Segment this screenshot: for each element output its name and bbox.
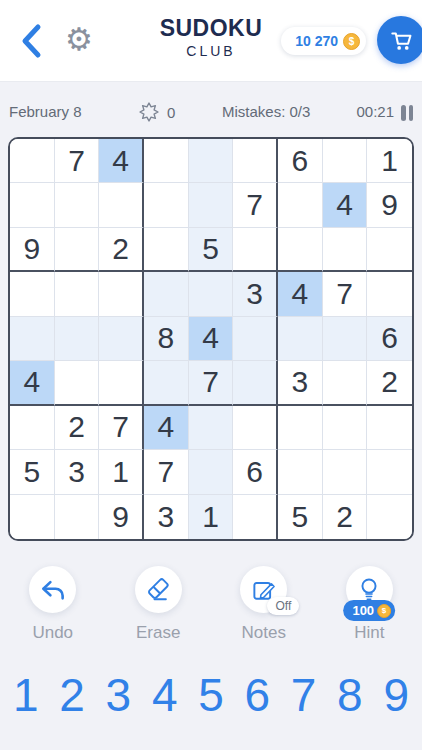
cell-r4c7[interactable]: 4 — [278, 272, 323, 316]
cell-r2c8[interactable]: 4 — [323, 183, 368, 227]
cell-r4c3[interactable] — [99, 272, 144, 316]
cell-r9c4[interactable]: 3 — [144, 495, 189, 539]
numpad-2[interactable]: 2 — [59, 664, 85, 726]
notes-off-badge: Off — [267, 597, 299, 615]
numpad-4[interactable]: 4 — [152, 664, 178, 726]
pause-icon[interactable] — [401, 105, 415, 121]
hint-cost-value: 100 — [352, 603, 374, 618]
cell-r8c2[interactable]: 3 — [55, 450, 100, 494]
cell-r1c1[interactable] — [10, 139, 55, 183]
cell-r2c5[interactable] — [189, 183, 234, 227]
cell-r8c4[interactable]: 7 — [144, 450, 189, 494]
date-label: February 8 — [9, 103, 82, 120]
cell-r1c3[interactable]: 4 — [99, 139, 144, 183]
sudoku-board: 746174992534784647322745317693152 — [8, 137, 414, 541]
cell-r6c8[interactable] — [323, 361, 368, 405]
cell-r4c6[interactable]: 3 — [233, 272, 278, 316]
cart-icon — [388, 27, 414, 53]
undo-label: Undo — [32, 623, 73, 643]
cell-r3c9[interactable] — [367, 228, 412, 272]
cell-r2c2[interactable] — [55, 183, 100, 227]
cell-r9c5[interactable]: 1 — [189, 495, 234, 539]
cell-r7c8[interactable] — [323, 406, 368, 450]
cell-r7c9[interactable] — [367, 406, 412, 450]
cell-r6c5[interactable]: 7 — [189, 361, 234, 405]
coin-balance[interactable]: 10 270 $ — [281, 27, 366, 55]
cell-r2c7[interactable] — [278, 183, 323, 227]
cell-r4c2[interactable] — [55, 272, 100, 316]
header: ⚙ SUDOKU CLUB 10 270 $ — [0, 0, 422, 82]
cell-r3c2[interactable] — [55, 228, 100, 272]
hint-coin-icon: $ — [377, 604, 391, 618]
cell-r1c8[interactable] — [323, 139, 368, 183]
cell-r1c5[interactable] — [189, 139, 234, 183]
hint-label: Hint — [354, 623, 384, 643]
cell-r1c2[interactable]: 7 — [55, 139, 100, 183]
cell-r6c9[interactable]: 2 — [367, 361, 412, 405]
cell-r6c4[interactable] — [144, 361, 189, 405]
cell-r5c9[interactable]: 6 — [367, 317, 412, 361]
star-burst-icon — [139, 102, 159, 122]
cell-r2c9[interactable]: 9 — [367, 183, 412, 227]
numpad-5[interactable]: 5 — [198, 664, 224, 726]
cell-r4c8[interactable]: 7 — [323, 272, 368, 316]
cell-r6c2[interactable] — [55, 361, 100, 405]
cell-r9c6[interactable] — [233, 495, 278, 539]
cell-r5c6[interactable] — [233, 317, 278, 361]
cell-r7c2[interactable]: 2 — [55, 406, 100, 450]
numpad-9[interactable]: 9 — [383, 664, 409, 726]
cell-r3c5[interactable]: 5 — [189, 228, 234, 272]
coin-icon: $ — [343, 33, 360, 50]
hint-cost-badge: 100 $ — [343, 600, 395, 621]
cell-r4c1[interactable] — [10, 272, 55, 316]
cell-r4c4[interactable] — [144, 272, 189, 316]
cell-r7c3[interactable]: 7 — [99, 406, 144, 450]
statusbar: February 8 0 Mistakes: 0/3 00:21 — [0, 102, 422, 124]
cell-r9c8[interactable]: 2 — [323, 495, 368, 539]
cell-r4c5[interactable] — [189, 272, 234, 316]
back-icon[interactable] — [18, 22, 44, 60]
numpad-6[interactable]: 6 — [244, 664, 270, 726]
cell-r7c7[interactable] — [278, 406, 323, 450]
number-pad: 123456789 — [0, 664, 422, 726]
numpad-7[interactable]: 7 — [291, 664, 317, 726]
cell-r2c1[interactable] — [10, 183, 55, 227]
cell-r8c7[interactable] — [278, 450, 323, 494]
cell-r7c6[interactable] — [233, 406, 278, 450]
eraser-icon — [144, 576, 172, 604]
erase-button[interactable]: Erase — [106, 566, 212, 643]
cell-r4c9[interactable] — [367, 272, 412, 316]
cell-r3c1[interactable]: 9 — [10, 228, 55, 272]
cell-r9c2[interactable] — [55, 495, 100, 539]
cell-r5c4[interactable]: 8 — [144, 317, 189, 361]
cell-r3c7[interactable] — [278, 228, 323, 272]
cell-r3c3[interactable]: 2 — [99, 228, 144, 272]
cell-r8c3[interactable]: 1 — [99, 450, 144, 494]
numpad-8[interactable]: 8 — [337, 664, 363, 726]
toolbar: Undo Erase Off Notes — [0, 566, 422, 643]
hint-button[interactable]: 100 $ Hint — [317, 566, 422, 643]
undo-button[interactable]: Undo — [0, 566, 106, 643]
cell-r5c8[interactable] — [323, 317, 368, 361]
cell-r2c6[interactable]: 7 — [233, 183, 278, 227]
mistakes-label: Mistakes: 0/3 — [222, 103, 310, 120]
cell-r5c3[interactable] — [99, 317, 144, 361]
notes-label: Notes — [242, 623, 286, 643]
numpad-3[interactable]: 3 — [106, 664, 132, 726]
cell-r1c7[interactable]: 6 — [278, 139, 323, 183]
cell-r7c4[interactable]: 4 — [144, 406, 189, 450]
cell-r5c2[interactable] — [55, 317, 100, 361]
cell-r6c1[interactable]: 4 — [10, 361, 55, 405]
timer-label: 00:21 — [356, 103, 394, 120]
cell-r3c6[interactable] — [233, 228, 278, 272]
undo-icon — [39, 576, 67, 604]
daily-score-value: 0 — [167, 104, 175, 121]
cell-r9c1[interactable] — [10, 495, 55, 539]
erase-label: Erase — [136, 623, 180, 643]
cell-r1c9[interactable]: 1 — [367, 139, 412, 183]
cell-r7c1[interactable] — [10, 406, 55, 450]
cell-r5c5[interactable]: 4 — [189, 317, 234, 361]
numpad-1[interactable]: 1 — [13, 664, 39, 726]
cell-r5c7[interactable] — [278, 317, 323, 361]
cell-r9c9[interactable] — [367, 495, 412, 539]
cell-r8c6[interactable]: 6 — [233, 450, 278, 494]
cell-r2c3[interactable] — [99, 183, 144, 227]
cell-r6c6[interactable] — [233, 361, 278, 405]
cell-r8c9[interactable] — [367, 450, 412, 494]
cell-r5c1[interactable] — [10, 317, 55, 361]
cell-r9c3[interactable]: 9 — [99, 495, 144, 539]
cell-r3c8[interactable] — [323, 228, 368, 272]
cell-r1c4[interactable] — [144, 139, 189, 183]
cell-r1c6[interactable] — [233, 139, 278, 183]
cell-r9c7[interactable]: 5 — [278, 495, 323, 539]
daily-score: 0 — [139, 102, 175, 122]
cell-r8c1[interactable]: 5 — [10, 450, 55, 494]
coin-amount: 10 270 — [295, 33, 338, 49]
cell-r6c7[interactable]: 3 — [278, 361, 323, 405]
cell-r8c8[interactable] — [323, 450, 368, 494]
cell-r3c4[interactable] — [144, 228, 189, 272]
cell-r8c5[interactable] — [189, 450, 234, 494]
cell-r6c3[interactable] — [99, 361, 144, 405]
settings-gear-icon[interactable]: ⚙ — [62, 21, 96, 59]
cell-r2c4[interactable] — [144, 183, 189, 227]
cell-r7c5[interactable] — [189, 406, 234, 450]
shop-cart-button[interactable] — [377, 16, 422, 64]
notes-button[interactable]: Off Notes — [211, 566, 317, 643]
